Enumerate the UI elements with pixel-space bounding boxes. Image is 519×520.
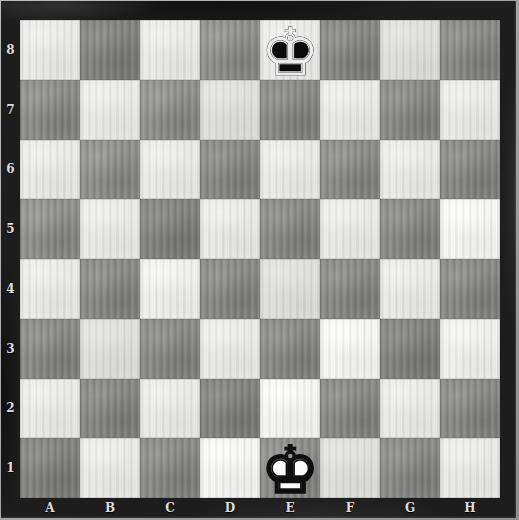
square-b3[interactable] (80, 319, 140, 379)
square-a8[interactable] (20, 20, 80, 80)
square-e7[interactable] (260, 80, 320, 140)
rank-labels: 87654321 (1, 20, 20, 498)
square-h8[interactable] (440, 20, 500, 80)
square-c4[interactable] (140, 259, 200, 319)
square-a6[interactable] (20, 140, 80, 200)
file-label-h: H (440, 498, 500, 518)
square-d7[interactable] (200, 80, 260, 140)
square-g5[interactable] (380, 199, 440, 259)
black-king-detail-icon: ♔ (260, 20, 320, 80)
square-d3[interactable] (200, 319, 260, 379)
square-a4[interactable] (20, 259, 80, 319)
square-b8[interactable] (80, 20, 140, 80)
square-f3[interactable] (320, 319, 380, 379)
square-d4[interactable] (200, 259, 260, 319)
square-d1[interactable] (200, 438, 260, 498)
square-a1[interactable] (20, 438, 80, 498)
square-g3[interactable] (380, 319, 440, 379)
chess-board: 87654321 ABCDEFGH ♚♔♚♔ (0, 0, 519, 520)
square-g2[interactable] (380, 379, 440, 439)
file-label-g: G (380, 498, 440, 518)
rank-label-3: 3 (1, 319, 20, 379)
square-h6[interactable] (440, 140, 500, 200)
square-b1[interactable] (80, 438, 140, 498)
square-e5[interactable] (260, 199, 320, 259)
square-c5[interactable] (140, 199, 200, 259)
file-labels: ABCDEFGH (20, 498, 500, 518)
square-c8[interactable] (140, 20, 200, 80)
square-a7[interactable] (20, 80, 80, 140)
square-f6[interactable] (320, 140, 380, 200)
black-king-e8[interactable]: ♚♔ (260, 20, 320, 80)
rank-label-2: 2 (1, 379, 20, 439)
white-king-detail-icon: ♔ (260, 438, 320, 498)
square-f5[interactable] (320, 199, 380, 259)
square-g4[interactable] (380, 259, 440, 319)
file-label-e: E (260, 498, 320, 518)
square-b5[interactable] (80, 199, 140, 259)
square-h7[interactable] (440, 80, 500, 140)
square-g1[interactable] (380, 438, 440, 498)
rank-label-6: 6 (1, 140, 20, 200)
rank-label-7: 7 (1, 80, 20, 140)
square-g8[interactable] (380, 20, 440, 80)
square-h2[interactable] (440, 379, 500, 439)
square-d2[interactable] (200, 379, 260, 439)
file-label-f: F (320, 498, 380, 518)
white-king-e1[interactable]: ♚♔ (260, 438, 320, 498)
file-label-d: D (200, 498, 260, 518)
rank-label-1: 1 (1, 438, 20, 498)
square-c3[interactable] (140, 319, 200, 379)
square-e6[interactable] (260, 140, 320, 200)
white-king-icon: ♚ (260, 438, 320, 498)
square-g7[interactable] (380, 80, 440, 140)
square-e4[interactable] (260, 259, 320, 319)
rank-label-8: 8 (1, 20, 20, 80)
square-b4[interactable] (80, 259, 140, 319)
square-c1[interactable] (140, 438, 200, 498)
square-c2[interactable] (140, 379, 200, 439)
square-g6[interactable] (380, 140, 440, 200)
square-a2[interactable] (20, 379, 80, 439)
square-e3[interactable] (260, 319, 320, 379)
square-b6[interactable] (80, 140, 140, 200)
file-label-c: C (140, 498, 200, 518)
square-f2[interactable] (320, 379, 380, 439)
square-e2[interactable] (260, 379, 320, 439)
square-a5[interactable] (20, 199, 80, 259)
square-f1[interactable] (320, 438, 380, 498)
square-d5[interactable] (200, 199, 260, 259)
square-d6[interactable] (200, 140, 260, 200)
square-h4[interactable] (440, 259, 500, 319)
black-king-icon: ♚ (260, 20, 320, 80)
board-frame: 87654321 ABCDEFGH ♚♔♚♔ (1, 1, 516, 518)
rank-label-4: 4 (1, 259, 20, 319)
square-f4[interactable] (320, 259, 380, 319)
square-a3[interactable] (20, 319, 80, 379)
square-f8[interactable] (320, 20, 380, 80)
square-h3[interactable] (440, 319, 500, 379)
file-label-a: A (20, 498, 80, 518)
square-f7[interactable] (320, 80, 380, 140)
board-grid: ♚♔♚♔ (20, 20, 500, 498)
square-h5[interactable] (440, 199, 500, 259)
file-label-b: B (80, 498, 140, 518)
square-b2[interactable] (80, 379, 140, 439)
square-d8[interactable] (200, 20, 260, 80)
square-c7[interactable] (140, 80, 200, 140)
rank-label-5: 5 (1, 199, 20, 259)
square-h1[interactable] (440, 438, 500, 498)
square-b7[interactable] (80, 80, 140, 140)
square-c6[interactable] (140, 140, 200, 200)
